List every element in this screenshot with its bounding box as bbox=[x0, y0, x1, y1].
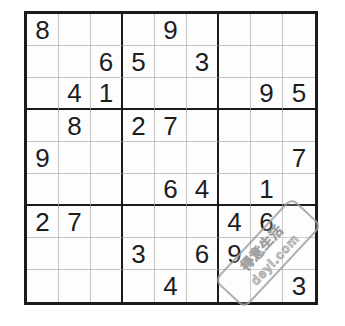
cell-r1c7[interactable] bbox=[219, 14, 251, 46]
cell-r1c8[interactable] bbox=[251, 14, 283, 46]
cell-r9c4[interactable] bbox=[123, 270, 155, 302]
cell-r2c3[interactable]: 6 bbox=[91, 46, 123, 78]
cell-r8c3[interactable] bbox=[91, 238, 123, 270]
cell-r2c7[interactable] bbox=[219, 46, 251, 78]
cell-r9c1[interactable] bbox=[27, 270, 59, 302]
cell-r5c1[interactable]: 9 bbox=[27, 142, 59, 174]
cell-r1c1[interactable]: 8 bbox=[27, 14, 59, 46]
cell-r5c8[interactable] bbox=[251, 142, 283, 174]
cell-r9c5[interactable]: 4 bbox=[155, 270, 187, 302]
cell-r2c6[interactable]: 3 bbox=[187, 46, 219, 78]
cell-r1c2[interactable] bbox=[59, 14, 91, 46]
cell-r2c9[interactable] bbox=[283, 46, 315, 78]
cell-r6c3[interactable] bbox=[91, 174, 123, 206]
cell-r1c6[interactable] bbox=[187, 14, 219, 46]
cell-r3c3[interactable]: 1 bbox=[91, 78, 123, 110]
cell-r6c2[interactable] bbox=[59, 174, 91, 206]
cell-r9c8[interactable] bbox=[251, 270, 283, 302]
cell-r6c7[interactable] bbox=[219, 174, 251, 206]
cell-r4c4[interactable]: 2 bbox=[123, 110, 155, 142]
cell-r3c4[interactable] bbox=[123, 78, 155, 110]
cell-r9c7[interactable] bbox=[219, 270, 251, 302]
cell-r5c2[interactable] bbox=[59, 142, 91, 174]
cell-r3c2[interactable]: 4 bbox=[59, 78, 91, 110]
cell-r3c6[interactable] bbox=[187, 78, 219, 110]
cell-r2c1[interactable] bbox=[27, 46, 59, 78]
cell-r8c7[interactable]: 9 bbox=[219, 238, 251, 270]
cell-r8c1[interactable] bbox=[27, 238, 59, 270]
cell-r2c2[interactable] bbox=[59, 46, 91, 78]
cell-r4c7[interactable] bbox=[219, 110, 251, 142]
cell-r4c8[interactable] bbox=[251, 110, 283, 142]
cell-r4c6[interactable] bbox=[187, 110, 219, 142]
cell-r2c5[interactable] bbox=[155, 46, 187, 78]
cell-r4c3[interactable] bbox=[91, 110, 123, 142]
cell-r9c3[interactable] bbox=[91, 270, 123, 302]
cell-r5c4[interactable] bbox=[123, 142, 155, 174]
cell-r7c9[interactable] bbox=[283, 206, 315, 238]
cell-r1c5[interactable]: 9 bbox=[155, 14, 187, 46]
cell-r1c4[interactable] bbox=[123, 14, 155, 46]
cell-r1c3[interactable] bbox=[91, 14, 123, 46]
cell-r6c9[interactable] bbox=[283, 174, 315, 206]
cell-r6c5[interactable]: 6 bbox=[155, 174, 187, 206]
cell-r9c2[interactable] bbox=[59, 270, 91, 302]
sudoku-image: 89653419582797641274636943 得意生活 deyi.com bbox=[0, 0, 345, 326]
cell-r1c9[interactable] bbox=[283, 14, 315, 46]
cell-r4c1[interactable] bbox=[27, 110, 59, 142]
cell-r7c2[interactable]: 7 bbox=[59, 206, 91, 238]
cell-r2c4[interactable]: 5 bbox=[123, 46, 155, 78]
cell-r7c8[interactable]: 6 bbox=[251, 206, 283, 238]
cell-r7c4[interactable] bbox=[123, 206, 155, 238]
cell-r9c9[interactable]: 3 bbox=[283, 270, 315, 302]
cell-r5c5[interactable] bbox=[155, 142, 187, 174]
cell-r4c5[interactable]: 7 bbox=[155, 110, 187, 142]
cell-r8c9[interactable] bbox=[283, 238, 315, 270]
cell-r3c8[interactable]: 9 bbox=[251, 78, 283, 110]
cell-r8c5[interactable] bbox=[155, 238, 187, 270]
cell-r9c6[interactable] bbox=[187, 270, 219, 302]
cell-r8c4[interactable]: 3 bbox=[123, 238, 155, 270]
cell-r5c3[interactable] bbox=[91, 142, 123, 174]
cell-r8c2[interactable] bbox=[59, 238, 91, 270]
cell-r8c6[interactable]: 6 bbox=[187, 238, 219, 270]
cell-r2c8[interactable] bbox=[251, 46, 283, 78]
cell-r3c1[interactable] bbox=[27, 78, 59, 110]
cell-r5c7[interactable] bbox=[219, 142, 251, 174]
cell-r6c4[interactable] bbox=[123, 174, 155, 206]
cell-r7c1[interactable]: 2 bbox=[27, 206, 59, 238]
cell-r6c6[interactable]: 4 bbox=[187, 174, 219, 206]
cell-r4c9[interactable] bbox=[283, 110, 315, 142]
cell-r3c5[interactable] bbox=[155, 78, 187, 110]
cell-r7c7[interactable]: 4 bbox=[219, 206, 251, 238]
cell-r7c3[interactable] bbox=[91, 206, 123, 238]
cell-r5c6[interactable] bbox=[187, 142, 219, 174]
cell-r3c9[interactable]: 5 bbox=[283, 78, 315, 110]
cell-r7c5[interactable] bbox=[155, 206, 187, 238]
cell-r4c2[interactable]: 8 bbox=[59, 110, 91, 142]
cell-r5c9[interactable]: 7 bbox=[283, 142, 315, 174]
cell-r6c1[interactable] bbox=[27, 174, 59, 206]
cell-r6c8[interactable]: 1 bbox=[251, 174, 283, 206]
sudoku-board: 89653419582797641274636943 bbox=[24, 11, 318, 305]
cell-r7c6[interactable] bbox=[187, 206, 219, 238]
cell-r3c7[interactable] bbox=[219, 78, 251, 110]
cell-r8c8[interactable] bbox=[251, 238, 283, 270]
